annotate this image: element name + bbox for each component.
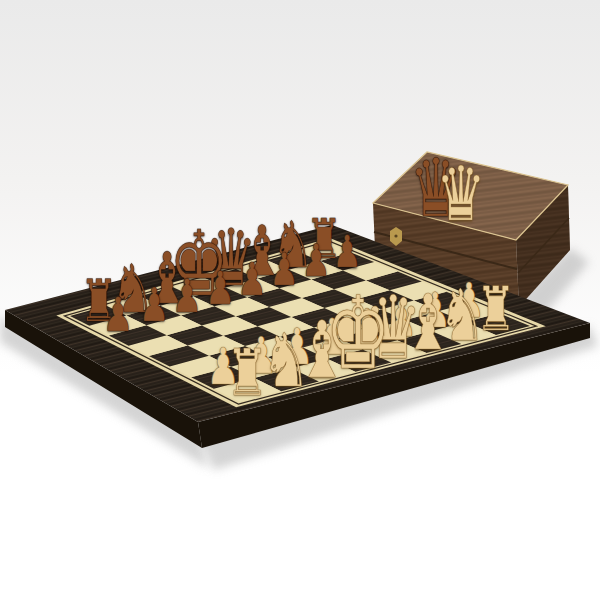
product-photo-scene: ♜♞♝♛♚♝♞♜♟♟♟♟♟♟♟♟♟♟♟♟♟♟♟♟♜♞♝♛♚♝♞♜♛♛ — [0, 0, 600, 600]
box-clasp-keyhole — [394, 234, 397, 237]
board-and-box-graphic — [0, 0, 600, 600]
